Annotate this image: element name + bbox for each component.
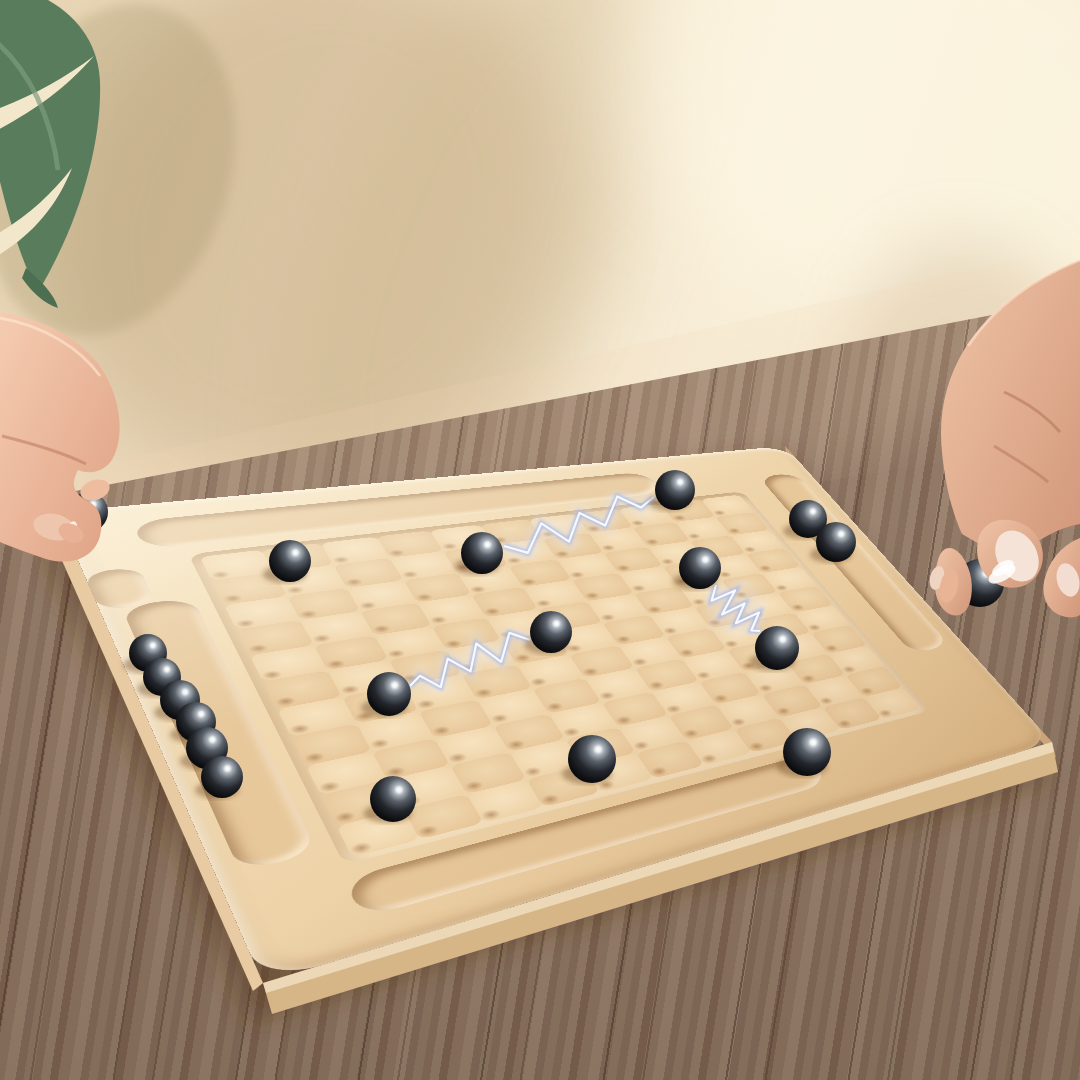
scene (0, 0, 1080, 1080)
